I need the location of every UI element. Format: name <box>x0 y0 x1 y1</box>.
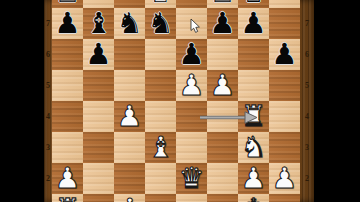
piece-black-knight[interactable]: ♞ <box>117 8 143 39</box>
square-f5[interactable]: ♟ <box>207 70 238 101</box>
square-h3[interactable] <box>269 132 300 163</box>
square-b4[interactable] <box>83 101 114 132</box>
square-g6[interactable] <box>238 39 269 70</box>
square-h1[interactable] <box>269 194 300 202</box>
square-a3[interactable] <box>52 132 83 163</box>
rank-label-right-5: 5 <box>300 70 314 101</box>
square-b7[interactable]: ♝ <box>83 8 114 39</box>
square-h6[interactable]: ♟ <box>269 39 300 70</box>
square-c5[interactable] <box>114 70 145 101</box>
square-c6[interactable] <box>114 39 145 70</box>
square-b6[interactable]: ♟ <box>83 39 114 70</box>
square-e8[interactable] <box>176 0 207 8</box>
piece-black-bishop[interactable]: ♝ <box>86 8 112 39</box>
square-d4[interactable] <box>145 101 176 132</box>
square-g1[interactable]: ♚ <box>238 194 269 202</box>
rank-label-right-7: 7 <box>300 8 314 39</box>
square-f3[interactable] <box>207 132 238 163</box>
square-d3[interactable]: ♝ <box>145 132 176 163</box>
piece-white-king[interactable]: ♚ <box>241 194 267 202</box>
square-h5[interactable] <box>269 70 300 101</box>
piece-black-pawn[interactable]: ♟ <box>86 39 112 70</box>
square-e6[interactable]: ♟ <box>176 39 207 70</box>
square-a4[interactable] <box>52 101 83 132</box>
square-h4[interactable] <box>269 101 300 132</box>
chess-app-window: ♜♛♜♚♟♝♞♞♟♟♟♟♟♟♟♟♜♝♞♟♛♟♟♜♝♚ 776655443322 <box>0 0 360 202</box>
square-g2[interactable]: ♟ <box>238 163 269 194</box>
piece-black-pawn[interactable]: ♟ <box>55 8 81 39</box>
chess-board[interactable]: ♜♛♜♚♟♝♞♞♟♟♟♟♟♟♟♟♜♝♞♟♛♟♟♜♝♚ <box>52 0 300 202</box>
square-d2[interactable] <box>145 163 176 194</box>
piece-white-pawn[interactable]: ♟ <box>241 163 267 194</box>
piece-white-knight[interactable]: ♞ <box>241 132 267 163</box>
square-h2[interactable]: ♟ <box>269 163 300 194</box>
piece-white-pawn[interactable]: ♟ <box>210 70 236 101</box>
piece-black-knight[interactable]: ♞ <box>148 8 174 39</box>
square-e2[interactable]: ♛ <box>176 163 207 194</box>
rank-label-left-2: 2 <box>44 163 52 194</box>
rank-label-right-2: 2 <box>300 163 314 194</box>
square-f4[interactable] <box>207 101 238 132</box>
square-b3[interactable] <box>83 132 114 163</box>
square-d5[interactable] <box>145 70 176 101</box>
square-g3[interactable]: ♞ <box>238 132 269 163</box>
square-b2[interactable] <box>83 163 114 194</box>
square-f7[interactable]: ♟ <box>207 8 238 39</box>
square-h7[interactable] <box>269 8 300 39</box>
square-f6[interactable] <box>207 39 238 70</box>
piece-white-rook[interactable]: ♜ <box>55 194 81 202</box>
square-e5[interactable]: ♟ <box>176 70 207 101</box>
rank-label-left-7: 7 <box>44 8 52 39</box>
square-a6[interactable] <box>52 39 83 70</box>
rank-label-left-3: 3 <box>44 132 52 163</box>
rank-label-left-5: 5 <box>44 70 52 101</box>
square-c3[interactable] <box>114 132 145 163</box>
piece-black-pawn[interactable]: ♟ <box>210 8 236 39</box>
rank-label-left-4: 4 <box>44 101 52 132</box>
square-f1[interactable] <box>207 194 238 202</box>
square-e7[interactable] <box>176 8 207 39</box>
piece-white-bishop[interactable]: ♝ <box>117 194 143 202</box>
square-g5[interactable] <box>238 70 269 101</box>
piece-black-pawn[interactable]: ♟ <box>272 39 298 70</box>
piece-white-pawn[interactable]: ♟ <box>272 163 298 194</box>
square-h8[interactable] <box>269 0 300 8</box>
piece-white-pawn[interactable]: ♟ <box>179 70 205 101</box>
square-c7[interactable]: ♞ <box>114 8 145 39</box>
square-g7[interactable]: ♟ <box>238 8 269 39</box>
rank-label-right-6: 6 <box>300 39 314 70</box>
square-e3[interactable] <box>176 132 207 163</box>
rank-label-right-4: 4 <box>300 101 314 132</box>
piece-white-queen[interactable]: ♛ <box>179 163 205 194</box>
square-c2[interactable] <box>114 163 145 194</box>
square-e1[interactable] <box>176 194 207 202</box>
square-a5[interactable] <box>52 70 83 101</box>
square-g4[interactable]: ♜ <box>238 101 269 132</box>
square-e4[interactable] <box>176 101 207 132</box>
piece-white-rook[interactable]: ♜ <box>241 101 267 132</box>
square-a7[interactable]: ♟ <box>52 8 83 39</box>
square-c1[interactable]: ♝ <box>114 194 145 202</box>
piece-black-pawn[interactable]: ♟ <box>179 39 205 70</box>
piece-black-pawn[interactable]: ♟ <box>241 8 267 39</box>
square-c4[interactable]: ♟ <box>114 101 145 132</box>
square-b5[interactable] <box>83 70 114 101</box>
piece-white-bishop[interactable]: ♝ <box>148 132 174 163</box>
square-d6[interactable] <box>145 39 176 70</box>
piece-white-pawn[interactable]: ♟ <box>55 163 81 194</box>
square-a1[interactable]: ♜ <box>52 194 83 202</box>
square-d1[interactable] <box>145 194 176 202</box>
square-d7[interactable]: ♞ <box>145 8 176 39</box>
rank-label-left-6: 6 <box>44 39 52 70</box>
piece-white-pawn[interactable]: ♟ <box>117 101 143 132</box>
rank-label-right-3: 3 <box>300 132 314 163</box>
square-b1[interactable] <box>83 194 114 202</box>
square-a2[interactable]: ♟ <box>52 163 83 194</box>
square-f2[interactable] <box>207 163 238 194</box>
